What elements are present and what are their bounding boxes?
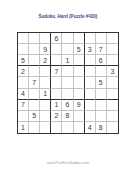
sudoku-cell-r5c3 bbox=[40, 77, 51, 88]
sudoku-cell-r7c3 bbox=[40, 100, 51, 111]
sudoku-cell-r1c7 bbox=[85, 33, 96, 44]
sudoku-cell-r3c3: 2 bbox=[40, 55, 51, 66]
sudoku-cell-r6c1: 4 bbox=[18, 89, 29, 100]
sudoku-cell-r2c3: 9 bbox=[40, 44, 51, 55]
sudoku-cell-r5c4 bbox=[51, 77, 62, 88]
sudoku-cell-r5c5 bbox=[62, 77, 73, 88]
sudoku-cell-r2c9 bbox=[107, 44, 118, 55]
sudoku-cell-r2c5 bbox=[62, 44, 73, 55]
sudoku-cell-r1c9 bbox=[107, 33, 118, 44]
sudoku-cell-r7c1: 7 bbox=[18, 100, 29, 111]
sudoku-cell-r5c9 bbox=[107, 77, 118, 88]
sudoku-cell-r1c3 bbox=[40, 33, 51, 44]
sudoku-cell-r9c3 bbox=[40, 122, 51, 133]
sudoku-cell-r3c4 bbox=[51, 55, 62, 66]
sudoku-cell-r8c2: 5 bbox=[29, 111, 40, 122]
sudoku-cell-r4c1: 2 bbox=[18, 66, 29, 77]
sudoku-cell-r2c8: 7 bbox=[96, 44, 107, 55]
sudoku-cell-r5c7 bbox=[85, 77, 96, 88]
sudoku-cell-r6c3: 1 bbox=[40, 89, 51, 100]
sudoku-cell-r4c8 bbox=[96, 66, 107, 77]
sudoku-cell-r6c6 bbox=[74, 89, 85, 100]
sudoku-cell-r6c9 bbox=[107, 89, 118, 100]
sudoku-cell-r7c8 bbox=[96, 100, 107, 111]
sudoku-cell-r7c9 bbox=[107, 100, 118, 111]
footer-url: www.PrintFreeSudoku.com bbox=[0, 161, 136, 165]
sudoku-cell-r7c2 bbox=[29, 100, 40, 111]
sudoku-cell-r5c2: 7 bbox=[29, 77, 40, 88]
sudoku-cell-r8c8 bbox=[96, 111, 107, 122]
sudoku-cell-r4c5 bbox=[62, 66, 73, 77]
sudoku-cell-r4c2 bbox=[29, 66, 40, 77]
sudoku-cell-r8c5: 8 bbox=[62, 111, 73, 122]
sudoku-cell-r9c8: 8 bbox=[96, 122, 107, 133]
sudoku-cell-r7c7 bbox=[85, 100, 96, 111]
sudoku-cell-r6c5 bbox=[62, 89, 73, 100]
page-title: Sudoku, Hard (Puzzle #430) bbox=[0, 14, 136, 19]
sudoku-cell-r6c4 bbox=[51, 89, 62, 100]
sudoku-cell-r8c1 bbox=[18, 111, 29, 122]
sudoku-cell-r9c6 bbox=[74, 122, 85, 133]
sudoku-cell-r6c7 bbox=[85, 89, 96, 100]
sudoku-cell-r6c2 bbox=[29, 89, 40, 100]
sudoku-cell-r2c2 bbox=[29, 44, 40, 55]
sudoku-cell-r1c5 bbox=[62, 33, 73, 44]
sudoku-cell-r9c9 bbox=[107, 122, 118, 133]
sudoku-cell-r4c4: 7 bbox=[51, 66, 62, 77]
sudoku-cell-r7c5: 6 bbox=[62, 100, 73, 111]
sudoku-cell-r5c1 bbox=[18, 77, 29, 88]
sudoku-cell-r9c2 bbox=[29, 122, 40, 133]
sudoku-cell-r9c1: 1 bbox=[18, 122, 29, 133]
sudoku-cell-r1c4: 6 bbox=[51, 33, 62, 44]
sudoku-cell-r5c8: 5 bbox=[96, 77, 107, 88]
sudoku-cell-r3c5: 1 bbox=[62, 55, 73, 66]
sudoku-cell-r8c6 bbox=[74, 111, 85, 122]
sudoku-cell-r3c8: 6 bbox=[96, 55, 107, 66]
sudoku-cell-r4c6 bbox=[74, 66, 85, 77]
sudoku-cell-r4c9: 3 bbox=[107, 66, 118, 77]
sudoku-cell-r9c4 bbox=[51, 122, 62, 133]
sudoku-cell-r2c4 bbox=[51, 44, 62, 55]
sudoku-cell-r8c4: 2 bbox=[51, 111, 62, 122]
sudoku-cell-r3c6 bbox=[74, 55, 85, 66]
sudoku-cell-r8c7 bbox=[85, 111, 96, 122]
sudoku-cell-r8c3 bbox=[40, 111, 51, 122]
sudoku-cell-r1c1 bbox=[18, 33, 29, 44]
sudoku-cell-r1c6 bbox=[74, 33, 85, 44]
sudoku-cell-r1c2 bbox=[29, 33, 40, 44]
sudoku-cell-r9c7: 4 bbox=[85, 122, 96, 133]
sudoku-cell-r8c9 bbox=[107, 111, 118, 122]
sudoku-cell-r1c8 bbox=[96, 33, 107, 44]
sudoku-cell-r3c1: 5 bbox=[18, 55, 29, 66]
sudoku-cell-r3c9 bbox=[107, 55, 118, 66]
sudoku-cell-r4c7 bbox=[85, 66, 96, 77]
sudoku-cell-r3c7 bbox=[85, 55, 96, 66]
sudoku-cell-r9c5 bbox=[62, 122, 73, 133]
sudoku-cell-r5c6 bbox=[74, 77, 85, 88]
sudoku-page: Sudoku, Hard (Puzzle #430) 6953752162737… bbox=[0, 0, 136, 176]
sudoku-cell-r2c6: 5 bbox=[74, 44, 85, 55]
sudoku-cell-r2c7: 3 bbox=[85, 44, 96, 55]
sudoku-cell-r2c1 bbox=[18, 44, 29, 55]
sudoku-grid: 69537521627375417169528148 bbox=[17, 32, 119, 134]
sudoku-cell-r3c2 bbox=[29, 55, 40, 66]
sudoku-cell-r7c6: 9 bbox=[74, 100, 85, 111]
sudoku-cell-r6c8 bbox=[96, 89, 107, 100]
sudoku-cell-r7c4: 1 bbox=[51, 100, 62, 111]
sudoku-cell-r4c3 bbox=[40, 66, 51, 77]
